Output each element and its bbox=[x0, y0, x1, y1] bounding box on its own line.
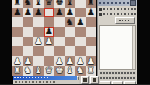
white-player-text bbox=[103, 8, 136, 10]
square-b7[interactable]: ♟ bbox=[23, 8, 34, 18]
white-pawn[interactable]: ♟ bbox=[34, 37, 42, 46]
square-d1[interactable]: ♛ bbox=[44, 66, 55, 76]
square-f3[interactable] bbox=[65, 46, 76, 56]
square-f7[interactable]: ♟ bbox=[65, 8, 76, 18]
panel-titlebar[interactable] bbox=[98, 0, 137, 6]
toolbar-icon bbox=[93, 78, 97, 82]
white-rook[interactable]: ♜ bbox=[13, 66, 21, 75]
desktop-screenshot: ♜♞♝♛♚♝♜♟♟♟♟♟♟♞♟♟♟♟♟♟♟♟♟♟♜♞♝♛♚♝♞♜ bbox=[0, 0, 150, 84]
toolbar-button-4[interactable] bbox=[90, 76, 98, 85]
panel-button-label bbox=[119, 20, 131, 22]
background-window-title-text bbox=[14, 77, 48, 79]
square-b4[interactable] bbox=[23, 37, 34, 47]
white-knight[interactable]: ♞ bbox=[76, 66, 84, 75]
square-b3[interactable] bbox=[23, 46, 34, 56]
square-h5[interactable] bbox=[86, 27, 97, 37]
square-e5[interactable] bbox=[54, 27, 65, 37]
square-a1[interactable]: ♜ bbox=[12, 66, 23, 76]
close-icon[interactable] bbox=[130, 0, 136, 6]
panel-footer-segments bbox=[99, 81, 136, 84]
white-player-icon bbox=[99, 8, 102, 11]
square-b1[interactable]: ♞ bbox=[23, 66, 34, 76]
panel-button[interactable] bbox=[115, 17, 135, 24]
footer-segment-3[interactable] bbox=[124, 81, 136, 84]
black-knight[interactable]: ♞ bbox=[66, 18, 74, 27]
footer-segment-2[interactable] bbox=[112, 81, 124, 84]
scrollbar[interactable] bbox=[132, 26, 136, 69]
black-player-text bbox=[103, 13, 136, 15]
white-knight[interactable]: ♞ bbox=[24, 66, 32, 75]
toolbar-icon bbox=[83, 78, 87, 82]
square-c3[interactable] bbox=[33, 46, 44, 56]
white-queen[interactable]: ♛ bbox=[45, 66, 53, 75]
square-f6[interactable]: ♞ bbox=[65, 17, 76, 27]
black-pawn[interactable]: ♟ bbox=[55, 8, 63, 17]
chess-board[interactable]: ♜♞♝♛♚♝♜♟♟♟♟♟♟♞♟♟♟♟♟♟♟♟♟♟♜♞♝♛♚♝♞♜ bbox=[12, 0, 96, 76]
black-pawn[interactable]: ♟ bbox=[76, 18, 84, 27]
player-row-black bbox=[98, 12, 137, 16]
square-a6[interactable] bbox=[12, 17, 23, 27]
white-pawn[interactable]: ♟ bbox=[45, 37, 53, 46]
square-d7[interactable] bbox=[44, 8, 55, 18]
black-pawn[interactable]: ♟ bbox=[87, 8, 95, 17]
square-g7[interactable] bbox=[75, 8, 86, 18]
square-d3[interactable] bbox=[44, 46, 55, 56]
square-a5[interactable] bbox=[12, 27, 23, 37]
square-e7[interactable]: ♟ bbox=[54, 8, 65, 18]
background-window-menu-text bbox=[15, 81, 55, 83]
square-g3[interactable] bbox=[75, 46, 86, 56]
square-f5[interactable] bbox=[65, 27, 76, 37]
square-a3[interactable] bbox=[12, 46, 23, 56]
square-d8[interactable]: ♛ bbox=[44, 0, 55, 8]
square-e1[interactable]: ♚ bbox=[54, 66, 65, 76]
black-pawn[interactable]: ♟ bbox=[34, 8, 42, 17]
panel-status-text-2 bbox=[100, 77, 135, 79]
square-h4[interactable] bbox=[86, 37, 97, 47]
segment-icon bbox=[129, 84, 132, 85]
white-rook[interactable]: ♜ bbox=[87, 66, 95, 75]
white-bishop[interactable]: ♝ bbox=[34, 66, 42, 75]
square-c1[interactable]: ♝ bbox=[33, 66, 44, 76]
segment-icon bbox=[103, 84, 106, 85]
black-player-icon bbox=[99, 13, 102, 16]
toolbar-button-3[interactable] bbox=[81, 76, 89, 85]
square-g1[interactable]: ♞ bbox=[75, 66, 86, 76]
square-d4[interactable]: ♟ bbox=[44, 37, 55, 47]
black-pawn[interactable]: ♟ bbox=[24, 8, 32, 17]
panel-status-row-1 bbox=[99, 71, 136, 75]
square-e6[interactable] bbox=[54, 17, 65, 27]
black-pawn[interactable]: ♟ bbox=[66, 8, 74, 17]
square-h1[interactable]: ♜ bbox=[86, 66, 97, 76]
panel-status-text-1 bbox=[100, 72, 135, 74]
segment-icon bbox=[116, 84, 119, 85]
player-row-white bbox=[98, 7, 137, 11]
square-b5[interactable] bbox=[23, 27, 34, 37]
square-f4[interactable] bbox=[65, 37, 76, 47]
square-g8[interactable] bbox=[75, 0, 86, 8]
square-c6[interactable] bbox=[33, 17, 44, 27]
black-queen[interactable]: ♛ bbox=[45, 0, 53, 7]
game-info-window bbox=[97, 0, 137, 84]
square-f1[interactable]: ♝ bbox=[65, 66, 76, 76]
white-king[interactable]: ♚ bbox=[55, 66, 63, 75]
white-bishop[interactable]: ♝ bbox=[66, 66, 74, 75]
square-a4[interactable] bbox=[12, 37, 23, 47]
background-window-menubar bbox=[13, 80, 79, 85]
footer-segment-1[interactable] bbox=[99, 81, 111, 84]
square-h7[interactable]: ♟ bbox=[86, 8, 97, 18]
square-g4[interactable] bbox=[75, 37, 86, 47]
square-c4[interactable]: ♟ bbox=[33, 37, 44, 47]
black-pawn[interactable]: ♟ bbox=[13, 8, 21, 17]
square-h3[interactable] bbox=[86, 46, 97, 56]
panel-title-text bbox=[99, 2, 129, 4]
square-e3[interactable] bbox=[54, 46, 65, 56]
square-g6[interactable]: ♟ bbox=[75, 17, 86, 27]
square-g5[interactable] bbox=[75, 27, 86, 37]
square-b6[interactable] bbox=[23, 17, 34, 27]
panel-status-row-2 bbox=[99, 76, 136, 80]
square-e4[interactable] bbox=[54, 37, 65, 47]
square-h6[interactable] bbox=[86, 17, 97, 27]
square-c7[interactable]: ♟ bbox=[33, 8, 44, 18]
move-list-area[interactable] bbox=[99, 25, 136, 70]
square-a7[interactable]: ♟ bbox=[12, 8, 23, 18]
